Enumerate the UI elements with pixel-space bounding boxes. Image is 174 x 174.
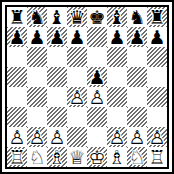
square-f7[interactable]: ♟♟ <box>107 27 127 47</box>
square-b1[interactable]: ♞♘ <box>27 147 47 167</box>
square-f6[interactable] <box>107 47 127 67</box>
white-king-icon: ♔ <box>87 147 107 167</box>
black-pawn-icon: ♟ <box>127 27 147 47</box>
square-d5[interactable] <box>67 67 87 87</box>
piece-halo: ♟ <box>7 127 27 147</box>
piece-halo: ♞ <box>27 147 47 167</box>
piece-halo: ♝ <box>47 147 67 167</box>
white-rook-icon: ♖ <box>147 147 167 167</box>
square-e2[interactable] <box>87 127 107 147</box>
white-pawn-icon: ♙ <box>107 127 127 147</box>
square-b7[interactable]: ♟♟ <box>27 27 47 47</box>
piece-halo: ♜ <box>7 147 27 167</box>
square-c6[interactable] <box>47 47 67 67</box>
black-pawn-icon: ♟ <box>7 27 27 47</box>
white-bishop-icon: ♗ <box>107 147 127 167</box>
white-knight-icon: ♘ <box>127 147 147 167</box>
square-b3[interactable] <box>27 107 47 127</box>
square-e6[interactable] <box>87 47 107 67</box>
piece-halo: ♟ <box>147 27 167 47</box>
square-g1[interactable]: ♞♘ <box>127 147 147 167</box>
piece-halo: ♟ <box>87 67 107 87</box>
white-pawn-icon: ♙ <box>127 127 147 147</box>
square-h2[interactable]: ♟♙ <box>147 127 167 147</box>
square-a1[interactable]: ♜♖ <box>7 147 27 167</box>
piece-halo: ♛ <box>67 147 87 167</box>
board-frame: ♜♜♞♞♝♝♛♛♚♚♝♝♞♞♜♜♟♟♟♟♟♟♟♟♟♟♟♟♟♟♟♟♟♙♟♙♟♙♟♙… <box>5 5 169 169</box>
black-pawn-icon: ♟ <box>87 67 107 87</box>
square-g2[interactable]: ♟♙ <box>127 127 147 147</box>
square-g5[interactable] <box>127 67 147 87</box>
piece-halo: ♟ <box>127 27 147 47</box>
square-e7[interactable] <box>87 27 107 47</box>
white-pawn-icon: ♙ <box>47 127 67 147</box>
square-c5[interactable] <box>47 67 67 87</box>
square-a8[interactable]: ♜♜ <box>7 7 27 27</box>
square-a7[interactable]: ♟♟ <box>7 27 27 47</box>
square-h4[interactable] <box>147 87 167 107</box>
black-bishop-icon: ♝ <box>107 7 127 27</box>
piece-halo: ♞ <box>127 147 147 167</box>
black-king-icon: ♚ <box>87 7 107 27</box>
white-bishop-icon: ♗ <box>47 147 67 167</box>
square-h3[interactable] <box>147 107 167 127</box>
white-queen-icon: ♕ <box>67 147 87 167</box>
piece-halo: ♟ <box>7 27 27 47</box>
square-g7[interactable]: ♟♟ <box>127 27 147 47</box>
square-c7[interactable]: ♟♟ <box>47 27 67 47</box>
square-h8[interactable]: ♜♜ <box>147 7 167 27</box>
piece-halo: ♟ <box>127 127 147 147</box>
square-c2[interactable]: ♟♙ <box>47 127 67 147</box>
square-f1[interactable]: ♝♗ <box>107 147 127 167</box>
square-h6[interactable] <box>147 47 167 67</box>
white-pawn-icon: ♙ <box>87 87 107 107</box>
chess-board: ♜♜♞♞♝♝♛♛♚♚♝♝♞♞♜♜♟♟♟♟♟♟♟♟♟♟♟♟♟♟♟♟♟♙♟♙♟♙♟♙… <box>7 7 167 167</box>
black-pawn-icon: ♟ <box>47 27 67 47</box>
square-h7[interactable]: ♟♟ <box>147 27 167 47</box>
square-c8[interactable]: ♝♝ <box>47 7 67 27</box>
piece-halo: ♟ <box>27 27 47 47</box>
square-b6[interactable] <box>27 47 47 67</box>
square-g8[interactable]: ♞♞ <box>127 7 147 27</box>
square-g3[interactable] <box>127 107 147 127</box>
square-d7[interactable]: ♟♟ <box>67 27 87 47</box>
square-f8[interactable]: ♝♝ <box>107 7 127 27</box>
white-pawn-icon: ♙ <box>7 127 27 147</box>
black-queen-icon: ♛ <box>67 7 87 27</box>
square-a4[interactable] <box>7 87 27 107</box>
square-d4[interactable]: ♟♙ <box>67 87 87 107</box>
square-f2[interactable]: ♟♙ <box>107 127 127 147</box>
square-a6[interactable] <box>7 47 27 67</box>
square-c1[interactable]: ♝♗ <box>47 147 67 167</box>
square-e5[interactable]: ♟♟ <box>87 67 107 87</box>
black-pawn-icon: ♟ <box>27 27 47 47</box>
square-b8[interactable]: ♞♞ <box>27 7 47 27</box>
square-a5[interactable] <box>7 67 27 87</box>
square-b5[interactable] <box>27 67 47 87</box>
square-b2[interactable]: ♟♙ <box>27 127 47 147</box>
square-e4[interactable]: ♟♙ <box>87 87 107 107</box>
square-h1[interactable]: ♜♖ <box>147 147 167 167</box>
square-f5[interactable] <box>107 67 127 87</box>
square-c4[interactable] <box>47 87 67 107</box>
square-d1[interactable]: ♛♕ <box>67 147 87 167</box>
square-g4[interactable] <box>127 87 147 107</box>
square-d6[interactable] <box>67 47 87 67</box>
piece-halo: ♟ <box>107 127 127 147</box>
black-knight-icon: ♞ <box>127 7 147 27</box>
piece-halo: ♟ <box>107 27 127 47</box>
piece-halo: ♟ <box>27 127 47 147</box>
piece-halo: ♜ <box>7 7 27 27</box>
black-pawn-icon: ♟ <box>67 27 87 47</box>
piece-halo: ♟ <box>47 27 67 47</box>
square-c3[interactable] <box>47 107 67 127</box>
chess-diagram: ♜♜♞♞♝♝♛♛♚♚♝♝♞♞♜♜♟♟♟♟♟♟♟♟♟♟♟♟♟♟♟♟♟♙♟♙♟♙♟♙… <box>0 0 174 174</box>
piece-halo: ♝ <box>47 7 67 27</box>
black-pawn-icon: ♟ <box>107 27 127 47</box>
white-knight-icon: ♘ <box>27 147 47 167</box>
piece-halo: ♜ <box>147 147 167 167</box>
square-f3[interactable] <box>107 107 127 127</box>
white-pawn-icon: ♙ <box>67 87 87 107</box>
piece-halo: ♟ <box>87 87 107 107</box>
piece-halo: ♟ <box>147 127 167 147</box>
piece-halo: ♞ <box>127 7 147 27</box>
white-pawn-icon: ♙ <box>147 127 167 147</box>
black-bishop-icon: ♝ <box>47 7 67 27</box>
black-rook-icon: ♜ <box>147 7 167 27</box>
piece-halo: ♟ <box>67 27 87 47</box>
square-b4[interactable] <box>27 87 47 107</box>
square-h5[interactable] <box>147 67 167 87</box>
square-e1[interactable]: ♚♔ <box>87 147 107 167</box>
piece-halo: ♚ <box>87 147 107 167</box>
square-d3[interactable] <box>67 107 87 127</box>
square-e3[interactable] <box>87 107 107 127</box>
white-pawn-icon: ♙ <box>27 127 47 147</box>
black-pawn-icon: ♟ <box>147 27 167 47</box>
piece-halo: ♚ <box>87 7 107 27</box>
piece-halo: ♝ <box>107 7 127 27</box>
square-e8[interactable]: ♚♚ <box>87 7 107 27</box>
square-a2[interactable]: ♟♙ <box>7 127 27 147</box>
piece-halo: ♝ <box>107 147 127 167</box>
square-a3[interactable] <box>7 107 27 127</box>
black-rook-icon: ♜ <box>7 7 27 27</box>
white-rook-icon: ♖ <box>7 147 27 167</box>
piece-halo: ♟ <box>47 127 67 147</box>
piece-halo: ♟ <box>67 87 87 107</box>
piece-halo: ♞ <box>27 7 47 27</box>
black-knight-icon: ♞ <box>27 7 47 27</box>
square-d2[interactable] <box>67 127 87 147</box>
square-g6[interactable] <box>127 47 147 67</box>
square-f4[interactable] <box>107 87 127 107</box>
piece-halo: ♜ <box>147 7 167 27</box>
piece-halo: ♛ <box>67 7 87 27</box>
square-d8[interactable]: ♛♛ <box>67 7 87 27</box>
